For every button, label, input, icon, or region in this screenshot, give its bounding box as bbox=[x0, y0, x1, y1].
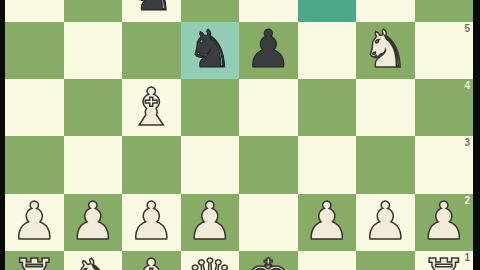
square-d4[interactable] bbox=[181, 79, 240, 136]
square-b1[interactable]: ♞ bbox=[64, 251, 123, 270]
square-d5[interactable]: ♞ bbox=[181, 22, 240, 79]
square-h1[interactable]: 1♜ bbox=[415, 251, 474, 270]
square-f4[interactable] bbox=[298, 79, 357, 136]
square-g3[interactable] bbox=[356, 136, 415, 193]
square-a4[interactable] bbox=[5, 79, 64, 136]
square-e1[interactable]: ♚ bbox=[239, 251, 298, 270]
white-pawn-piece[interactable]: ♟ bbox=[362, 195, 409, 247]
white-queen-piece[interactable]: ♛ bbox=[186, 252, 233, 270]
white-knight-piece[interactable]: ♞ bbox=[69, 252, 116, 270]
square-c2[interactable]: ♟ bbox=[122, 194, 181, 251]
square-e5[interactable]: ♟ bbox=[239, 22, 298, 79]
square-g5[interactable]: ♞ bbox=[356, 22, 415, 79]
square-e3[interactable] bbox=[239, 136, 298, 193]
square-d2[interactable]: ♟ bbox=[181, 194, 240, 251]
rank-label-4: 4 bbox=[464, 81, 470, 91]
square-h2[interactable]: 2♟ bbox=[415, 194, 474, 251]
white-pawn-piece[interactable]: ♟ bbox=[186, 195, 233, 247]
white-rook-piece[interactable]: ♜ bbox=[420, 252, 467, 270]
square-b3[interactable] bbox=[64, 136, 123, 193]
square-f5[interactable] bbox=[298, 22, 357, 79]
white-pawn-piece[interactable]: ♟ bbox=[420, 195, 467, 247]
white-pawn-piece[interactable]: ♟ bbox=[69, 195, 116, 247]
square-d1[interactable]: ♛ bbox=[181, 251, 240, 270]
square-a6[interactable] bbox=[5, 0, 64, 22]
square-a2[interactable]: ♟ bbox=[5, 194, 64, 251]
square-g4[interactable] bbox=[356, 79, 415, 136]
square-h6[interactable]: 6 bbox=[415, 0, 474, 22]
square-c6[interactable]: ♞ bbox=[122, 0, 181, 22]
square-a1[interactable]: ♜ bbox=[5, 251, 64, 270]
white-bishop-piece[interactable]: ♝ bbox=[128, 252, 175, 270]
black-knight-piece[interactable]: ♞ bbox=[128, 0, 175, 18]
square-c3[interactable] bbox=[122, 136, 181, 193]
square-h4[interactable]: 4 bbox=[415, 79, 474, 136]
square-b2[interactable]: ♟ bbox=[64, 194, 123, 251]
square-f2[interactable]: ♟ bbox=[298, 194, 357, 251]
white-king-piece[interactable]: ♚ bbox=[245, 252, 292, 270]
white-knight-piece[interactable]: ♞ bbox=[362, 23, 409, 75]
square-b6[interactable] bbox=[64, 0, 123, 22]
square-a5[interactable] bbox=[5, 22, 64, 79]
square-e4[interactable] bbox=[239, 79, 298, 136]
square-d3[interactable] bbox=[181, 136, 240, 193]
square-g1[interactable] bbox=[356, 251, 415, 270]
square-c4[interactable]: ♝ bbox=[122, 79, 181, 136]
chess-board[interactable]: ♜♝♛♚♝8♜♟♟♟♟♟7♟♞6♞♟♞5♝43♟♟♟♟♟♟2♟♜♞♝♛♚1♜ bbox=[5, 0, 473, 270]
square-f6[interactable] bbox=[298, 0, 357, 22]
square-f3[interactable] bbox=[298, 136, 357, 193]
square-c5[interactable] bbox=[122, 22, 181, 79]
square-a3[interactable] bbox=[5, 136, 64, 193]
square-h5[interactable]: 5 bbox=[415, 22, 474, 79]
square-g2[interactable]: ♟ bbox=[356, 194, 415, 251]
square-e2[interactable] bbox=[239, 194, 298, 251]
square-b5[interactable] bbox=[64, 22, 123, 79]
white-rook-piece[interactable]: ♜ bbox=[11, 252, 58, 270]
square-c1[interactable]: ♝ bbox=[122, 251, 181, 270]
black-knight-piece[interactable]: ♞ bbox=[186, 23, 233, 75]
rank-label-5: 5 bbox=[464, 24, 470, 34]
square-h3[interactable]: 3 bbox=[415, 136, 474, 193]
square-b4[interactable] bbox=[64, 79, 123, 136]
square-f1[interactable] bbox=[298, 251, 357, 270]
white-pawn-piece[interactable]: ♟ bbox=[303, 195, 350, 247]
rank-label-3: 3 bbox=[464, 138, 470, 148]
black-pawn-piece[interactable]: ♟ bbox=[245, 23, 292, 75]
white-bishop-piece[interactable]: ♝ bbox=[128, 81, 175, 133]
white-pawn-piece[interactable]: ♟ bbox=[11, 195, 58, 247]
white-pawn-piece[interactable]: ♟ bbox=[128, 195, 175, 247]
video-frame: ♜♝♛♚♝8♜♟♟♟♟♟7♟♞6♞♟♞5♝43♟♟♟♟♟♟2♟♜♞♝♛♚1♜ bbox=[0, 0, 480, 270]
